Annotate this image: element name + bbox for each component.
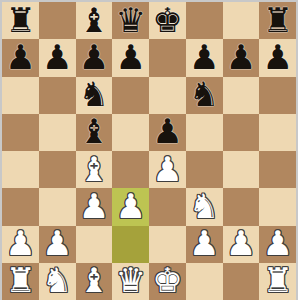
square-c4[interactable]: ♝ xyxy=(76,151,113,188)
white-bishop-piece[interactable]: ♝ xyxy=(79,263,109,297)
square-g1[interactable] xyxy=(223,263,260,300)
chess-board: ♜♝♛♚♜♟♟♟♟♟♟♟♞♞♝♟♝♟♟♟♞♟♟♟♟♟♜♞♝♛♚♜ xyxy=(2,2,296,300)
square-h3[interactable] xyxy=(259,188,296,225)
square-f4[interactable] xyxy=(186,151,223,188)
black-pawn-piece[interactable]: ♟ xyxy=(262,40,292,74)
square-b5[interactable] xyxy=(39,114,76,151)
square-a1[interactable]: ♜ xyxy=(2,263,39,300)
square-e8[interactable]: ♚ xyxy=(149,2,186,39)
square-h8[interactable]: ♜ xyxy=(259,2,296,39)
square-h1[interactable]: ♜ xyxy=(259,263,296,300)
square-d3[interactable]: ♟ xyxy=(112,188,149,225)
black-pawn-piece[interactable]: ♟ xyxy=(115,40,145,74)
square-f1[interactable] xyxy=(186,263,223,300)
square-d2[interactable] xyxy=(112,226,149,263)
square-b7[interactable]: ♟ xyxy=(39,39,76,76)
square-e4[interactable]: ♟ xyxy=(149,151,186,188)
black-king-piece[interactable]: ♚ xyxy=(152,3,182,37)
square-f6[interactable]: ♞ xyxy=(186,77,223,114)
square-d6[interactable] xyxy=(112,77,149,114)
square-a5[interactable] xyxy=(2,114,39,151)
black-pawn-piece[interactable]: ♟ xyxy=(189,40,219,74)
black-rook-piece[interactable]: ♜ xyxy=(5,3,35,37)
square-f7[interactable]: ♟ xyxy=(186,39,223,76)
white-bishop-piece[interactable]: ♝ xyxy=(79,152,109,186)
square-a4[interactable] xyxy=(2,151,39,188)
square-e5[interactable]: ♟ xyxy=(149,114,186,151)
square-b8[interactable] xyxy=(39,2,76,39)
white-rook-piece[interactable]: ♜ xyxy=(262,263,292,297)
square-g2[interactable]: ♟ xyxy=(223,226,260,263)
square-f5[interactable] xyxy=(186,114,223,151)
square-g6[interactable] xyxy=(223,77,260,114)
square-d7[interactable]: ♟ xyxy=(112,39,149,76)
white-pawn-piece[interactable]: ♟ xyxy=(262,226,292,260)
square-d4[interactable] xyxy=(112,151,149,188)
square-d5[interactable] xyxy=(112,114,149,151)
square-h6[interactable] xyxy=(259,77,296,114)
white-rook-piece[interactable]: ♜ xyxy=(5,263,35,297)
square-d8[interactable]: ♛ xyxy=(112,2,149,39)
square-g5[interactable] xyxy=(223,114,260,151)
black-bishop-piece[interactable]: ♝ xyxy=(79,3,109,37)
white-king-piece[interactable]: ♚ xyxy=(152,263,182,297)
square-a6[interactable] xyxy=(2,77,39,114)
square-h4[interactable] xyxy=(259,151,296,188)
white-pawn-piece[interactable]: ♟ xyxy=(189,226,219,260)
square-a8[interactable]: ♜ xyxy=(2,2,39,39)
square-g3[interactable] xyxy=(223,188,260,225)
square-a7[interactable]: ♟ xyxy=(2,39,39,76)
black-pawn-piece[interactable]: ♟ xyxy=(79,40,109,74)
square-f8[interactable] xyxy=(186,2,223,39)
black-pawn-piece[interactable]: ♟ xyxy=(226,40,256,74)
square-e6[interactable] xyxy=(149,77,186,114)
square-e3[interactable] xyxy=(149,188,186,225)
square-h7[interactable]: ♟ xyxy=(259,39,296,76)
black-knight-piece[interactable]: ♞ xyxy=(79,77,109,111)
square-b2[interactable]: ♟ xyxy=(39,226,76,263)
square-f3[interactable]: ♞ xyxy=(186,188,223,225)
black-bishop-piece[interactable]: ♝ xyxy=(79,114,109,148)
white-pawn-piece[interactable]: ♟ xyxy=(115,189,145,223)
white-queen-piece[interactable]: ♛ xyxy=(115,263,145,297)
square-c8[interactable]: ♝ xyxy=(76,2,113,39)
square-e2[interactable] xyxy=(149,226,186,263)
square-c5[interactable]: ♝ xyxy=(76,114,113,151)
square-b1[interactable]: ♞ xyxy=(39,263,76,300)
square-c6[interactable]: ♞ xyxy=(76,77,113,114)
black-queen-piece[interactable]: ♛ xyxy=(115,3,145,37)
square-b4[interactable] xyxy=(39,151,76,188)
black-pawn-piece[interactable]: ♟ xyxy=(5,40,35,74)
white-knight-piece[interactable]: ♞ xyxy=(42,263,72,297)
white-pawn-piece[interactable]: ♟ xyxy=(5,226,35,260)
square-e1[interactable]: ♚ xyxy=(149,263,186,300)
square-h2[interactable]: ♟ xyxy=(259,226,296,263)
chess-board-frame: ♜♝♛♚♜♟♟♟♟♟♟♟♞♞♝♟♝♟♟♟♞♟♟♟♟♟♜♞♝♛♚♜ xyxy=(0,0,298,300)
white-knight-piece[interactable]: ♞ xyxy=(189,189,219,223)
square-f2[interactable]: ♟ xyxy=(186,226,223,263)
white-pawn-piece[interactable]: ♟ xyxy=(152,152,182,186)
square-g7[interactable]: ♟ xyxy=(223,39,260,76)
black-pawn-piece[interactable]: ♟ xyxy=(42,40,72,74)
square-b3[interactable] xyxy=(39,188,76,225)
square-b6[interactable] xyxy=(39,77,76,114)
black-knight-piece[interactable]: ♞ xyxy=(189,77,219,111)
white-pawn-piece[interactable]: ♟ xyxy=(79,189,109,223)
black-pawn-piece[interactable]: ♟ xyxy=(152,114,182,148)
square-c3[interactable]: ♟ xyxy=(76,188,113,225)
white-pawn-piece[interactable]: ♟ xyxy=(42,226,72,260)
square-a3[interactable] xyxy=(2,188,39,225)
square-c2[interactable] xyxy=(76,226,113,263)
square-a2[interactable]: ♟ xyxy=(2,226,39,263)
square-d1[interactable]: ♛ xyxy=(112,263,149,300)
square-h5[interactable] xyxy=(259,114,296,151)
square-g8[interactable] xyxy=(223,2,260,39)
square-g4[interactable] xyxy=(223,151,260,188)
square-c1[interactable]: ♝ xyxy=(76,263,113,300)
square-c7[interactable]: ♟ xyxy=(76,39,113,76)
square-e7[interactable] xyxy=(149,39,186,76)
white-pawn-piece[interactable]: ♟ xyxy=(226,226,256,260)
black-rook-piece[interactable]: ♜ xyxy=(262,3,292,37)
